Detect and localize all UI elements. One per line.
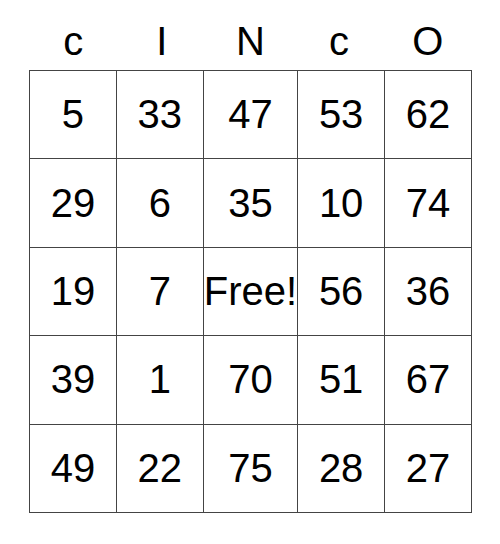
bingo-cell-r1c5[interactable]: 62 (385, 71, 471, 158)
bingo-cell-r2c1[interactable]: 29 (30, 159, 116, 246)
header-letter-4: c (329, 21, 349, 68)
header-letter-1: c (63, 21, 83, 68)
free-space-cell[interactable]: Free! (204, 248, 297, 335)
bingo-cell-r4c3[interactable]: 70 (204, 336, 297, 423)
bingo-cell-r3c2[interactable]: 7 (117, 248, 203, 335)
bingo-cell-r5c3[interactable]: 75 (204, 425, 297, 512)
bingo-cell-r1c1[interactable]: 5 (30, 71, 116, 158)
header-letter-3: N (236, 21, 265, 68)
bingo-cell-r2c2[interactable]: 6 (117, 159, 203, 246)
bingo-cell-r5c4[interactable]: 28 (298, 425, 384, 512)
bingo-cell-r5c5[interactable]: 27 (385, 425, 471, 512)
bingo-cell-r2c3[interactable]: 35 (204, 159, 297, 246)
bingo-cell-r1c2[interactable]: 33 (117, 71, 203, 158)
bingo-cell-r2c4[interactable]: 10 (298, 159, 384, 246)
bingo-cell-r5c1[interactable]: 49 (30, 425, 116, 512)
bingo-header: c I N c O (29, 0, 472, 68)
bingo-cell-r1c4[interactable]: 53 (298, 71, 384, 158)
bingo-card: c I N c O 5 33 47 53 62 29 6 35 10 74 19… (0, 0, 500, 544)
bingo-cell-r4c5[interactable]: 67 (385, 336, 471, 423)
bingo-cell-r3c5[interactable]: 36 (385, 248, 471, 335)
bingo-cell-r3c1[interactable]: 19 (30, 248, 116, 335)
bingo-cell-r1c3[interactable]: 47 (204, 71, 297, 158)
bingo-cell-r4c1[interactable]: 39 (30, 336, 116, 423)
bingo-cell-r4c4[interactable]: 51 (298, 336, 384, 423)
bingo-cell-r4c2[interactable]: 1 (117, 336, 203, 423)
bingo-cell-r5c2[interactable]: 22 (117, 425, 203, 512)
bingo-cell-r2c5[interactable]: 74 (385, 159, 471, 246)
header-letter-2: I (156, 21, 167, 68)
bingo-grid: 5 33 47 53 62 29 6 35 10 74 19 7 Free! 5… (29, 70, 472, 513)
header-letter-5: O (412, 21, 443, 68)
bingo-cell-r3c4[interactable]: 56 (298, 248, 384, 335)
